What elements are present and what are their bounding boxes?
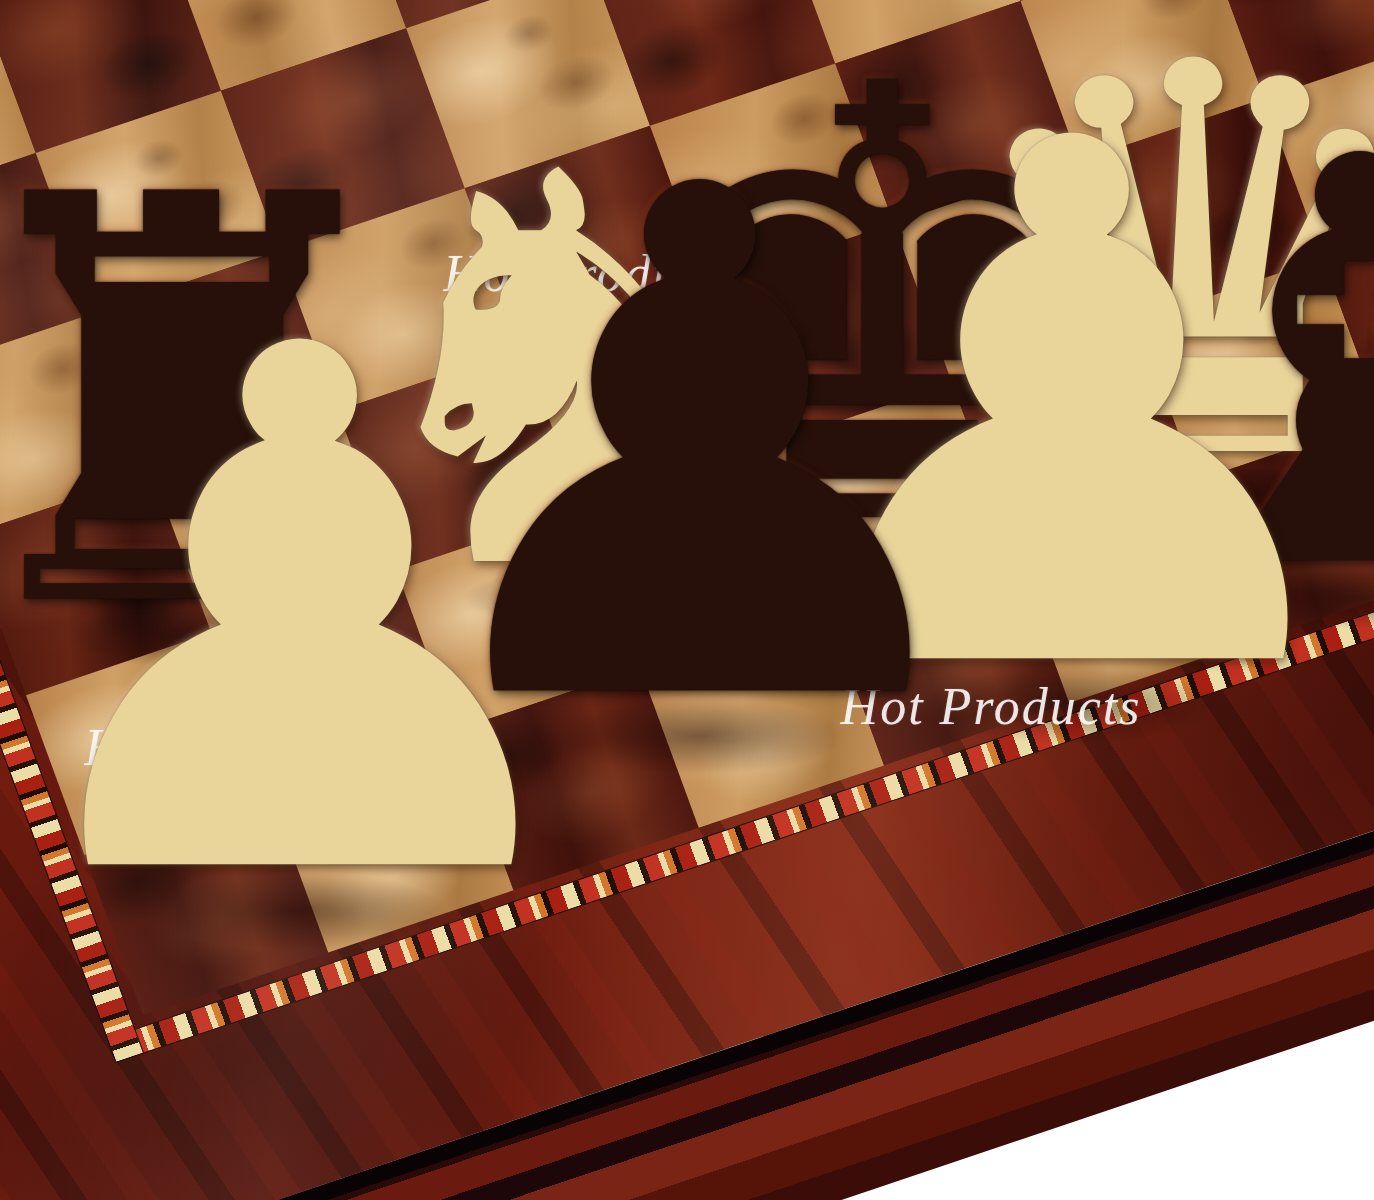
piece-white-pawn-a1: ♟ bbox=[0, 255, 623, 975]
product-photo-stage: ♜♟♞♟♚♟♛♝ Hot Products Hot Products Hot P… bbox=[0, 0, 1374, 1200]
